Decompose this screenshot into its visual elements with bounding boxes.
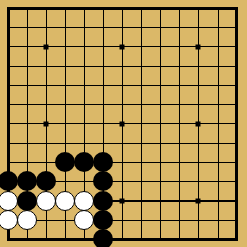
black-stone [93,152,113,172]
intersection[interactable] [37,152,56,171]
intersection[interactable] [0,133,18,152]
intersection[interactable] [208,75,227,94]
intersection[interactable] [75,37,94,56]
intersection[interactable] [208,133,227,152]
intersection[interactable] [227,18,246,37]
intersection[interactable] [113,133,132,152]
intersection[interactable] [0,0,18,18]
intersection[interactable] [0,37,18,56]
intersection[interactable] [151,152,170,171]
intersection[interactable] [0,172,18,191]
intersection[interactable] [132,114,151,133]
intersection[interactable] [113,95,132,114]
intersection[interactable] [75,114,94,133]
intersection[interactable] [56,191,75,210]
intersection[interactable] [189,0,208,18]
intersection[interactable] [227,95,246,114]
intersection[interactable] [37,114,56,133]
intersection[interactable] [208,95,227,114]
intersection[interactable] [227,229,246,247]
intersection[interactable] [0,18,18,37]
intersection[interactable] [189,210,208,229]
intersection[interactable] [113,37,132,56]
intersection[interactable] [56,172,75,191]
intersection[interactable] [227,152,246,171]
intersection[interactable] [56,229,75,247]
intersection[interactable] [94,0,113,18]
intersection[interactable] [151,95,170,114]
intersection[interactable] [37,56,56,75]
intersection[interactable] [151,114,170,133]
intersection[interactable] [18,75,37,94]
intersection[interactable] [75,56,94,75]
white-stone [36,191,56,211]
intersection[interactable] [94,75,113,94]
star-point [44,121,49,126]
intersection[interactable] [94,56,113,75]
intersection[interactable] [18,133,37,152]
intersection[interactable] [56,210,75,229]
intersection[interactable] [151,133,170,152]
intersection[interactable] [94,152,113,171]
intersection[interactable] [151,210,170,229]
star-point [120,44,125,49]
intersection[interactable] [189,172,208,191]
intersection[interactable] [170,210,189,229]
intersection[interactable] [170,191,189,210]
intersection[interactable] [227,75,246,94]
intersection[interactable] [132,172,151,191]
intersection[interactable] [151,229,170,247]
intersection[interactable] [208,210,227,229]
intersection[interactable] [170,229,189,247]
intersection[interactable] [94,95,113,114]
intersection[interactable] [75,210,94,229]
intersection[interactable] [208,172,227,191]
intersection[interactable] [37,133,56,152]
intersection[interactable] [189,133,208,152]
intersection[interactable] [0,114,18,133]
intersection[interactable] [227,172,246,191]
intersection[interactable] [189,152,208,171]
intersection[interactable] [113,229,132,247]
intersection[interactable] [18,229,37,247]
intersection[interactable] [151,18,170,37]
star-point [120,121,125,126]
intersection[interactable] [75,152,94,171]
intersection[interactable] [37,191,56,210]
intersection[interactable] [151,191,170,210]
white-stone [0,191,18,211]
intersection[interactable] [18,114,37,133]
intersection[interactable] [75,95,94,114]
intersection[interactable] [132,229,151,247]
intersection[interactable] [151,0,170,18]
intersection[interactable] [56,95,75,114]
intersection[interactable] [18,152,37,171]
intersection[interactable] [56,18,75,37]
intersection[interactable] [0,229,18,247]
intersection[interactable] [18,18,37,37]
intersection[interactable] [75,133,94,152]
black-stone [93,210,113,230]
intersection[interactable] [132,75,151,94]
intersection[interactable] [132,210,151,229]
intersection[interactable] [18,191,37,210]
intersection[interactable] [113,210,132,229]
intersection[interactable] [227,114,246,133]
intersection[interactable] [189,95,208,114]
intersection[interactable] [94,229,113,247]
black-stone [36,171,56,191]
intersection[interactable] [170,75,189,94]
intersection[interactable] [56,56,75,75]
intersection[interactable] [227,56,246,75]
intersection[interactable] [0,56,18,75]
intersection[interactable] [170,37,189,56]
intersection[interactable] [132,18,151,37]
intersection[interactable] [132,56,151,75]
white-stone [0,210,18,230]
intersection[interactable] [113,75,132,94]
intersection[interactable] [18,0,37,18]
intersection[interactable] [227,191,246,210]
star-point [196,121,201,126]
black-stone [0,171,18,191]
intersection[interactable] [37,18,56,37]
intersection[interactable] [56,114,75,133]
intersection[interactable] [189,56,208,75]
intersection[interactable] [132,152,151,171]
intersection[interactable] [0,191,18,210]
intersection[interactable] [208,191,227,210]
intersection[interactable] [170,133,189,152]
intersection[interactable] [189,18,208,37]
intersection[interactable] [0,152,18,171]
intersection[interactable] [208,18,227,37]
intersection[interactable] [18,56,37,75]
intersection[interactable] [151,172,170,191]
intersection[interactable] [227,37,246,56]
intersection[interactable] [37,37,56,56]
intersection[interactable] [189,75,208,94]
intersection[interactable] [170,18,189,37]
go-board-diagram [0,0,247,247]
intersection[interactable] [0,210,18,229]
intersection[interactable] [170,95,189,114]
intersection[interactable] [56,75,75,94]
intersection[interactable] [37,172,56,191]
white-stone [74,210,94,230]
intersection[interactable] [37,0,56,18]
intersection[interactable] [75,18,94,37]
intersection[interactable] [170,0,189,18]
intersection[interactable] [75,172,94,191]
intersection[interactable] [227,0,246,18]
intersection[interactable] [151,75,170,94]
intersection[interactable] [208,0,227,18]
intersection[interactable] [151,37,170,56]
intersection[interactable] [227,210,246,229]
intersection[interactable] [94,191,113,210]
intersection[interactable] [0,75,18,94]
intersection[interactable] [56,133,75,152]
star-point [196,44,201,49]
intersection[interactable] [94,37,113,56]
star-point [44,44,49,49]
intersection[interactable] [113,114,132,133]
black-stone [17,171,37,191]
intersection[interactable] [208,152,227,171]
intersection[interactable] [170,172,189,191]
intersection[interactable] [189,191,208,210]
intersection[interactable] [94,210,113,229]
intersection[interactable] [37,95,56,114]
board [0,0,246,247]
intersection[interactable] [189,229,208,247]
intersection[interactable] [132,191,151,210]
intersection[interactable] [208,37,227,56]
black-stone [93,191,113,211]
intersection[interactable] [18,210,37,229]
intersection[interactable] [75,0,94,18]
star-point [196,198,201,203]
intersection[interactable] [56,0,75,18]
intersection[interactable] [170,114,189,133]
intersection[interactable] [151,56,170,75]
intersection[interactable] [113,56,132,75]
intersection[interactable] [0,95,18,114]
white-stone [17,210,37,230]
intersection[interactable] [18,172,37,191]
intersection[interactable] [94,172,113,191]
intersection[interactable] [113,18,132,37]
white-stone [55,191,75,211]
intersection[interactable] [94,18,113,37]
intersection[interactable] [18,37,37,56]
intersection[interactable] [56,152,75,171]
black-stone [93,229,113,247]
intersection[interactable] [113,152,132,171]
intersection[interactable] [170,56,189,75]
intersection[interactable] [37,75,56,94]
intersection[interactable] [94,114,113,133]
intersection[interactable] [132,0,151,18]
intersection[interactable] [75,75,94,94]
intersection[interactable] [37,229,56,247]
intersection[interactable] [170,152,189,171]
intersection[interactable] [208,56,227,75]
black-stone [55,152,75,172]
star-point [120,198,125,203]
intersection[interactable] [189,114,208,133]
black-stone [74,152,94,172]
intersection[interactable] [75,229,94,247]
black-stone [93,171,113,191]
intersection[interactable] [208,114,227,133]
intersection[interactable] [208,229,227,247]
intersection[interactable] [37,210,56,229]
intersection[interactable] [132,133,151,152]
intersection[interactable] [189,37,208,56]
intersection[interactable] [18,95,37,114]
white-stone [74,191,94,211]
intersection[interactable] [132,37,151,56]
intersection[interactable] [227,133,246,152]
intersection[interactable] [113,191,132,210]
intersection[interactable] [75,191,94,210]
black-stone [17,191,37,211]
intersection[interactable] [56,37,75,56]
intersection[interactable] [113,0,132,18]
intersection[interactable] [113,172,132,191]
intersection[interactable] [132,95,151,114]
intersection[interactable] [94,133,113,152]
